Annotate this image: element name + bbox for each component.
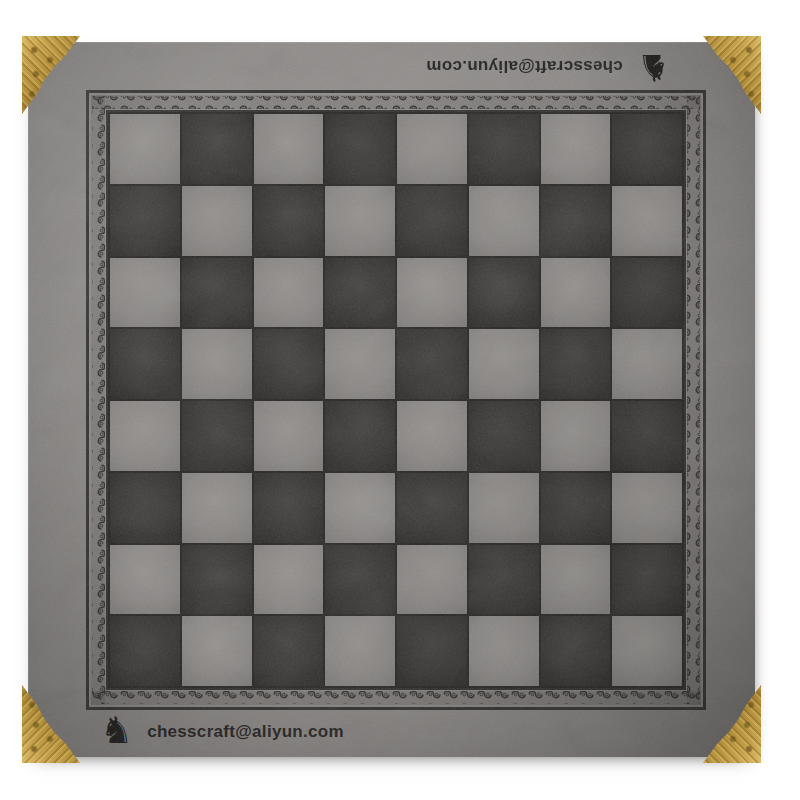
square-g5[interactable] [541,329,611,399]
chess-mat: ♞ chesscraft@aliyun.com ♞ chesscraft@ali… [28,42,755,757]
square-d3[interactable] [325,473,395,543]
square-c2[interactable] [254,545,324,615]
square-c6[interactable] [254,258,324,328]
square-g7[interactable] [541,186,611,256]
square-e1[interactable] [397,616,467,686]
square-b1[interactable] [182,616,252,686]
branding-top: ♞ chesscraft@aliyun.com [420,44,670,88]
square-e8[interactable] [397,114,467,184]
square-h5[interactable] [612,329,682,399]
square-e3[interactable] [397,473,467,543]
square-b2[interactable] [182,545,252,615]
square-d2[interactable] [325,545,395,615]
brass-corner-top-left [22,36,80,114]
square-h2[interactable] [612,545,682,615]
square-d6[interactable] [325,258,395,328]
square-c1[interactable] [254,616,324,686]
square-a7[interactable] [110,186,180,256]
square-g2[interactable] [541,545,611,615]
square-b7[interactable] [182,186,252,256]
square-h8[interactable] [612,114,682,184]
square-a4[interactable] [110,401,180,471]
square-f6[interactable] [469,258,539,328]
square-g3[interactable] [541,473,611,543]
square-e2[interactable] [397,545,467,615]
square-d1[interactable] [325,616,395,686]
square-a6[interactable] [110,258,180,328]
square-a1[interactable] [110,616,180,686]
square-g8[interactable] [541,114,611,184]
square-b4[interactable] [182,401,252,471]
brass-corner-bottom-right [703,685,761,763]
square-a2[interactable] [110,545,180,615]
chess-board [108,112,684,688]
square-f2[interactable] [469,545,539,615]
square-f3[interactable] [469,473,539,543]
branding-bottom: ♞ chesscraft@aliyun.com [100,710,344,754]
square-b8[interactable] [182,114,252,184]
square-h6[interactable] [612,258,682,328]
square-e6[interactable] [397,258,467,328]
square-e7[interactable] [397,186,467,256]
square-c4[interactable] [254,401,324,471]
knight-logo-icon: ♞ [100,712,133,749]
square-g6[interactable] [541,258,611,328]
brass-corner-bottom-left [22,685,80,763]
square-h1[interactable] [612,616,682,686]
branding-text: chesscraft@aliyun.com [426,56,623,76]
branding-text: chesscraft@aliyun.com [147,722,344,742]
square-c5[interactable] [254,329,324,399]
square-f1[interactable] [469,616,539,686]
square-e5[interactable] [397,329,467,399]
square-d7[interactable] [325,186,395,256]
square-h4[interactable] [612,401,682,471]
square-d8[interactable] [325,114,395,184]
square-d5[interactable] [325,329,395,399]
square-a8[interactable] [110,114,180,184]
square-c7[interactable] [254,186,324,256]
square-g1[interactable] [541,616,611,686]
square-f5[interactable] [469,329,539,399]
brass-corner-top-right [703,36,761,114]
square-f7[interactable] [469,186,539,256]
square-b3[interactable] [182,473,252,543]
square-c3[interactable] [254,473,324,543]
square-b5[interactable] [182,329,252,399]
square-a3[interactable] [110,473,180,543]
square-h7[interactable] [612,186,682,256]
square-e4[interactable] [397,401,467,471]
square-a5[interactable] [110,329,180,399]
square-d4[interactable] [325,401,395,471]
square-g4[interactable] [541,401,611,471]
square-b6[interactable] [182,258,252,328]
square-f8[interactable] [469,114,539,184]
square-c8[interactable] [254,114,324,184]
knight-logo-icon: ♞ [637,50,670,87]
square-h3[interactable] [612,473,682,543]
square-f4[interactable] [469,401,539,471]
